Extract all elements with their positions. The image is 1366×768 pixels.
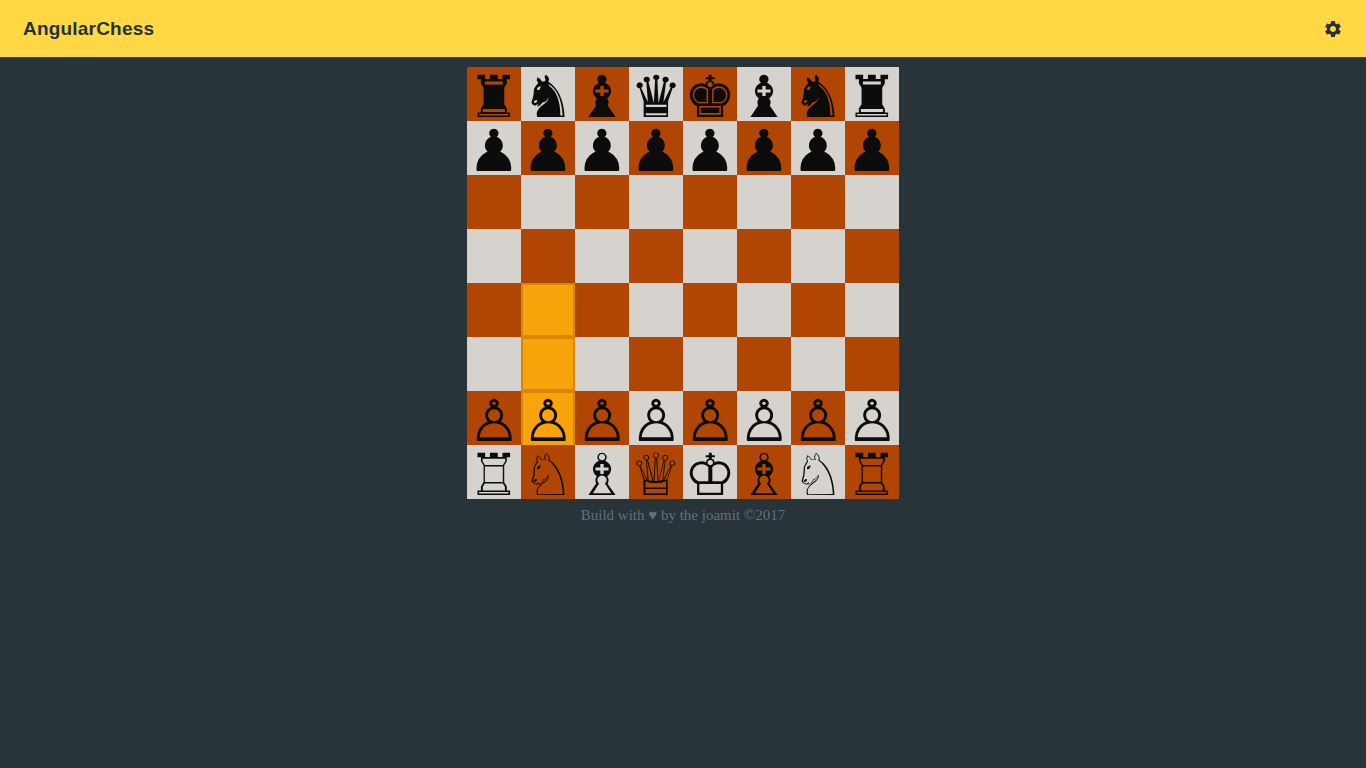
square-a3[interactable] (467, 337, 521, 391)
square-c1[interactable]: ♗ (575, 445, 629, 499)
footer-credit: Build with ♥ by the joamit ©2017 (581, 507, 785, 524)
square-d5[interactable] (629, 229, 683, 283)
black-bishop[interactable]: ♝ (738, 70, 790, 124)
square-f3[interactable] (737, 337, 791, 391)
square-h3[interactable] (845, 337, 899, 391)
square-c2[interactable]: ♙ (575, 391, 629, 445)
square-g8[interactable]: ♞ (791, 67, 845, 121)
square-e2[interactable]: ♙ (683, 391, 737, 445)
main-content: ♜♞♝♛♚♝♞♜♟♟♟♟♟♟♟♟♙♙♙♙♙♙♙♙♖♘♗♕♔♗♘♖ Build w… (0, 57, 1366, 524)
white-pawn[interactable]: ♙ (468, 394, 520, 448)
square-e4[interactable] (683, 283, 737, 337)
square-a8[interactable]: ♜ (467, 67, 521, 121)
white-pawn[interactable]: ♙ (846, 394, 898, 448)
square-d3[interactable] (629, 337, 683, 391)
black-pawn[interactable]: ♟ (522, 124, 574, 178)
square-h4[interactable] (845, 283, 899, 337)
square-g3[interactable] (791, 337, 845, 391)
square-c8[interactable]: ♝ (575, 67, 629, 121)
black-queen[interactable]: ♛ (630, 70, 682, 124)
white-pawn[interactable]: ♙ (792, 394, 844, 448)
black-king[interactable]: ♚ (684, 70, 736, 124)
black-knight[interactable]: ♞ (522, 70, 574, 124)
white-bishop[interactable]: ♗ (576, 448, 628, 502)
square-f1[interactable]: ♗ (737, 445, 791, 499)
black-rook[interactable]: ♜ (468, 70, 520, 124)
square-e7[interactable]: ♟ (683, 121, 737, 175)
square-b8[interactable]: ♞ (521, 67, 575, 121)
square-f7[interactable]: ♟ (737, 121, 791, 175)
square-g1[interactable]: ♘ (791, 445, 845, 499)
square-h2[interactable]: ♙ (845, 391, 899, 445)
square-d1[interactable]: ♕ (629, 445, 683, 499)
white-knight[interactable]: ♘ (522, 448, 574, 502)
square-d7[interactable]: ♟ (629, 121, 683, 175)
square-b7[interactable]: ♟ (521, 121, 575, 175)
square-g7[interactable]: ♟ (791, 121, 845, 175)
chess-board: ♜♞♝♛♚♝♞♜♟♟♟♟♟♟♟♟♙♙♙♙♙♙♙♙♖♘♗♕♔♗♘♖ (467, 67, 899, 499)
white-rook[interactable]: ♖ (468, 448, 520, 502)
black-pawn[interactable]: ♟ (792, 124, 844, 178)
app-bar: AngularChess (0, 0, 1366, 57)
white-pawn[interactable]: ♙ (522, 394, 574, 448)
square-e1[interactable]: ♔ (683, 445, 737, 499)
square-h1[interactable]: ♖ (845, 445, 899, 499)
square-e5[interactable] (683, 229, 737, 283)
square-f8[interactable]: ♝ (737, 67, 791, 121)
square-d8[interactable]: ♛ (629, 67, 683, 121)
square-e8[interactable]: ♚ (683, 67, 737, 121)
white-king[interactable]: ♔ (684, 448, 736, 502)
black-pawn[interactable]: ♟ (630, 124, 682, 178)
black-rook[interactable]: ♜ (846, 70, 898, 124)
square-c3[interactable] (575, 337, 629, 391)
white-bishop[interactable]: ♗ (738, 448, 790, 502)
black-pawn[interactable]: ♟ (738, 124, 790, 178)
square-e3[interactable] (683, 337, 737, 391)
black-pawn[interactable]: ♟ (684, 124, 736, 178)
white-pawn[interactable]: ♙ (684, 394, 736, 448)
black-pawn[interactable]: ♟ (846, 124, 898, 178)
square-a7[interactable]: ♟ (467, 121, 521, 175)
square-b4[interactable] (521, 283, 575, 337)
square-b5[interactable] (521, 229, 575, 283)
black-bishop[interactable]: ♝ (576, 70, 628, 124)
black-pawn[interactable]: ♟ (468, 124, 520, 178)
square-c7[interactable]: ♟ (575, 121, 629, 175)
square-a5[interactable] (467, 229, 521, 283)
white-pawn[interactable]: ♙ (630, 394, 682, 448)
settings-gear-icon[interactable] (1323, 19, 1343, 39)
square-b3[interactable] (521, 337, 575, 391)
square-g2[interactable]: ♙ (791, 391, 845, 445)
square-f4[interactable] (737, 283, 791, 337)
white-pawn[interactable]: ♙ (576, 394, 628, 448)
white-rook[interactable]: ♖ (846, 448, 898, 502)
square-a1[interactable]: ♖ (467, 445, 521, 499)
black-knight[interactable]: ♞ (792, 70, 844, 124)
white-knight[interactable]: ♘ (792, 448, 844, 502)
square-f5[interactable] (737, 229, 791, 283)
black-pawn[interactable]: ♟ (576, 124, 628, 178)
square-d2[interactable]: ♙ (629, 391, 683, 445)
square-b1[interactable]: ♘ (521, 445, 575, 499)
square-b2[interactable]: ♙ (521, 391, 575, 445)
square-h8[interactable]: ♜ (845, 67, 899, 121)
white-queen[interactable]: ♕ (630, 448, 682, 502)
square-c4[interactable] (575, 283, 629, 337)
app-title: AngularChess (23, 18, 154, 40)
square-a4[interactable] (467, 283, 521, 337)
square-a2[interactable]: ♙ (467, 391, 521, 445)
square-c5[interactable] (575, 229, 629, 283)
square-f2[interactable]: ♙ (737, 391, 791, 445)
white-pawn[interactable]: ♙ (738, 394, 790, 448)
square-d4[interactable] (629, 283, 683, 337)
square-g5[interactable] (791, 229, 845, 283)
square-g4[interactable] (791, 283, 845, 337)
square-h7[interactable]: ♟ (845, 121, 899, 175)
square-h5[interactable] (845, 229, 899, 283)
